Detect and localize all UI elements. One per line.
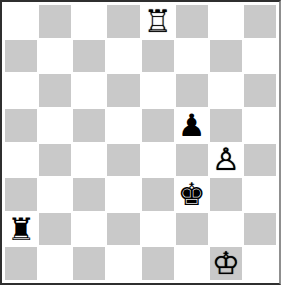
square-c1[interactable] bbox=[72, 246, 106, 281]
square-h3[interactable] bbox=[243, 177, 277, 212]
square-a7[interactable] bbox=[4, 39, 38, 74]
square-d7[interactable] bbox=[106, 39, 140, 74]
square-c6[interactable] bbox=[72, 73, 106, 108]
square-h2[interactable] bbox=[243, 212, 277, 247]
square-a1[interactable] bbox=[4, 246, 38, 281]
square-g7[interactable] bbox=[209, 39, 243, 74]
square-d6[interactable] bbox=[106, 73, 140, 108]
square-e6[interactable] bbox=[141, 73, 175, 108]
white-rook-e8: ♖ bbox=[144, 6, 172, 37]
square-d5[interactable] bbox=[106, 108, 140, 143]
square-a8[interactable] bbox=[4, 4, 38, 39]
black-rook-a2: ♜ bbox=[7, 214, 35, 245]
chessboard-frame: ♖♟♙♚♜♔ bbox=[0, 0, 281, 285]
square-a4[interactable] bbox=[4, 143, 38, 178]
square-h4[interactable] bbox=[243, 143, 277, 178]
square-b3[interactable] bbox=[38, 177, 72, 212]
square-b1[interactable] bbox=[38, 246, 72, 281]
square-h8[interactable] bbox=[243, 4, 277, 39]
square-g1[interactable]: ♔ bbox=[209, 246, 243, 281]
square-h5[interactable] bbox=[243, 108, 277, 143]
square-e8[interactable]: ♖ bbox=[141, 4, 175, 39]
square-e2[interactable] bbox=[141, 212, 175, 247]
square-b7[interactable] bbox=[38, 39, 72, 74]
square-g8[interactable] bbox=[209, 4, 243, 39]
square-c7[interactable] bbox=[72, 39, 106, 74]
square-e1[interactable] bbox=[141, 246, 175, 281]
square-b8[interactable] bbox=[38, 4, 72, 39]
square-f6[interactable] bbox=[175, 73, 209, 108]
square-b2[interactable] bbox=[38, 212, 72, 247]
square-d3[interactable] bbox=[106, 177, 140, 212]
square-f3[interactable]: ♚ bbox=[175, 177, 209, 212]
square-f1[interactable] bbox=[175, 246, 209, 281]
square-f4[interactable] bbox=[175, 143, 209, 178]
square-d8[interactable] bbox=[106, 4, 140, 39]
square-a5[interactable] bbox=[4, 108, 38, 143]
square-a6[interactable] bbox=[4, 73, 38, 108]
square-c8[interactable] bbox=[72, 4, 106, 39]
square-a3[interactable] bbox=[4, 177, 38, 212]
square-e3[interactable] bbox=[141, 177, 175, 212]
square-d1[interactable] bbox=[106, 246, 140, 281]
square-d2[interactable] bbox=[106, 212, 140, 247]
square-g2[interactable] bbox=[209, 212, 243, 247]
black-king-f3: ♚ bbox=[178, 179, 206, 210]
square-e4[interactable] bbox=[141, 143, 175, 178]
square-b6[interactable] bbox=[38, 73, 72, 108]
square-c3[interactable] bbox=[72, 177, 106, 212]
white-pawn-g4: ♙ bbox=[212, 144, 240, 175]
square-c2[interactable] bbox=[72, 212, 106, 247]
square-b4[interactable] bbox=[38, 143, 72, 178]
black-pawn-f5: ♟ bbox=[178, 110, 206, 141]
chessboard: ♖♟♙♚♜♔ bbox=[4, 4, 277, 281]
square-f5[interactable]: ♟ bbox=[175, 108, 209, 143]
square-g5[interactable] bbox=[209, 108, 243, 143]
square-e5[interactable] bbox=[141, 108, 175, 143]
square-c4[interactable] bbox=[72, 143, 106, 178]
square-h1[interactable] bbox=[243, 246, 277, 281]
square-c5[interactable] bbox=[72, 108, 106, 143]
square-f8[interactable] bbox=[175, 4, 209, 39]
square-g6[interactable] bbox=[209, 73, 243, 108]
square-h6[interactable] bbox=[243, 73, 277, 108]
square-a2[interactable]: ♜ bbox=[4, 212, 38, 247]
square-h7[interactable] bbox=[243, 39, 277, 74]
square-g4[interactable]: ♙ bbox=[209, 143, 243, 178]
white-king-g1: ♔ bbox=[212, 248, 240, 279]
square-e7[interactable] bbox=[141, 39, 175, 74]
square-b5[interactable] bbox=[38, 108, 72, 143]
square-g3[interactable] bbox=[209, 177, 243, 212]
square-f7[interactable] bbox=[175, 39, 209, 74]
square-f2[interactable] bbox=[175, 212, 209, 247]
square-d4[interactable] bbox=[106, 143, 140, 178]
